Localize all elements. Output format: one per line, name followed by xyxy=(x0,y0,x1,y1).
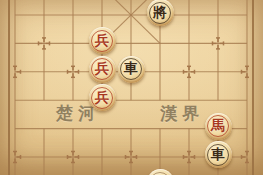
piece-character: 車 xyxy=(205,141,232,168)
piece-character: 車 xyxy=(118,56,145,83)
river-label-han-jie: 漢界 xyxy=(160,104,204,124)
piece-black-chariot-b[interactable]: 車 xyxy=(205,141,232,168)
xiangqi-board: 楚河 漢界 將兵兵車兵馬車 xyxy=(0,0,263,175)
piece-red-soldier-a[interactable]: 兵 xyxy=(89,27,116,54)
piece-character: 兵 xyxy=(89,56,116,83)
piece-character: 兵 xyxy=(89,27,116,54)
piece-red-soldier-b[interactable]: 兵 xyxy=(89,56,116,83)
piece-red-horse[interactable]: 馬 xyxy=(205,113,232,140)
piece-character: 馬 xyxy=(205,113,232,140)
piece-character: 將 xyxy=(147,0,174,26)
piece-black-general[interactable]: 將 xyxy=(147,0,174,26)
piece-black-chariot-a[interactable]: 車 xyxy=(118,56,145,83)
piece-character: 兵 xyxy=(89,84,116,111)
piece-red-soldier-c[interactable]: 兵 xyxy=(89,84,116,111)
